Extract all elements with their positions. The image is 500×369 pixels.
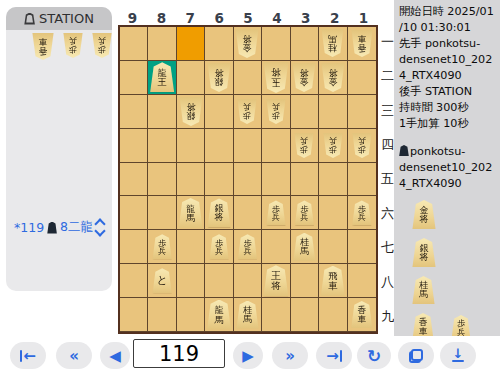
info-line: 4_RTX4090: [399, 68, 497, 84]
piece-金将[interactable]: 金将: [235, 29, 259, 58]
square-62[interactable]: 銀将: [205, 61, 233, 95]
file-label-4: 4: [262, 10, 291, 24]
square-84[interactable]: [148, 129, 176, 163]
piece-桂馬[interactable]: 桂馬: [412, 276, 435, 304]
square-97[interactable]: [120, 230, 148, 264]
sente-piece-icon: [399, 145, 409, 156]
square-79[interactable]: [177, 298, 205, 332]
square-34[interactable]: 歩兵: [291, 129, 319, 163]
move-number-input[interactable]: 119: [133, 339, 225, 368]
piece-金将[interactable]: 金将: [412, 200, 436, 229]
piece-歩兵[interactable]: 歩兵: [63, 33, 83, 58]
rank-label-九: 九: [380, 299, 395, 333]
rank-label-一: 一: [380, 25, 395, 59]
info-line: 持時間 300秒: [399, 100, 497, 116]
square-85[interactable]: [148, 163, 176, 197]
square-88[interactable]: と: [148, 264, 176, 298]
square-12[interactable]: [348, 61, 376, 95]
piece-銀将[interactable]: 銀将: [179, 97, 203, 126]
square-92[interactable]: [120, 61, 148, 95]
square-76[interactable]: 龍馬: [177, 196, 205, 230]
square-65[interactable]: [205, 163, 233, 197]
square-44[interactable]: [262, 129, 290, 163]
square-26[interactable]: [319, 196, 347, 230]
square-99[interactable]: [120, 298, 148, 332]
gote-panel: STATION 香車歩兵歩兵 *119 8二龍: [6, 7, 112, 291]
copy-button[interactable]: [398, 342, 434, 369]
rank-label-七: 七: [380, 231, 395, 265]
piece-歩兵[interactable]: 歩兵: [352, 133, 372, 158]
square-33[interactable]: [291, 95, 319, 129]
gote-hand-tray: 香車歩兵歩兵: [32, 33, 112, 60]
square-11[interactable]: 香車: [348, 27, 376, 61]
square-35[interactable]: [291, 163, 319, 197]
square-86[interactable]: [148, 196, 176, 230]
move-selector-icon[interactable]: [96, 220, 104, 235]
square-74[interactable]: [177, 129, 205, 163]
sente-name: ponkotsu-densenet10_2024_RTX4090: [399, 144, 497, 192]
piece-歩兵[interactable]: 歩兵: [152, 234, 172, 259]
piece-銀将[interactable]: 銀将: [207, 63, 231, 92]
info-line: /10 01:30:01: [399, 20, 497, 36]
piece-歩兵[interactable]: 歩兵: [209, 234, 229, 259]
square-28[interactable]: 飛車: [319, 264, 347, 298]
square-81[interactable]: [148, 27, 176, 61]
square-71[interactable]: [177, 27, 205, 61]
move-text: 8二龍: [60, 219, 93, 236]
square-83[interactable]: [148, 95, 176, 129]
file-label-1: 1: [349, 10, 378, 24]
square-41[interactable]: [262, 27, 290, 61]
square-93[interactable]: [120, 95, 148, 129]
piece-銀将[interactable]: 銀将: [412, 238, 436, 267]
square-98[interactable]: [120, 264, 148, 298]
square-32[interactable]: 金将: [291, 61, 319, 95]
info-line: 開始日時 2025/01: [399, 4, 497, 20]
piece-龍馬[interactable]: 龍馬: [207, 300, 232, 330]
square-27[interactable]: [319, 230, 347, 264]
square-67[interactable]: 歩兵: [205, 230, 233, 264]
square-43[interactable]: 歩兵: [262, 95, 290, 129]
square-94[interactable]: [120, 129, 148, 163]
file-label-9: 9: [118, 10, 147, 24]
info-line: 先手 ponkotsu-: [399, 36, 497, 52]
piece-香車[interactable]: 香車: [32, 33, 54, 60]
piece-金将[interactable]: 金将: [292, 63, 316, 92]
info-panel: 開始日時 2025/01/10 01:30:01先手 ponkotsu-dens…: [394, 0, 500, 337]
file-label-8: 8: [147, 10, 176, 24]
square-82[interactable]: 龍王: [148, 61, 176, 95]
sente-piece-icon: [47, 222, 57, 234]
rank-label-六: 六: [380, 196, 395, 230]
download-button[interactable]: ↓: [440, 342, 476, 369]
square-22[interactable]: 金将: [319, 61, 347, 95]
square-17[interactable]: [348, 230, 376, 264]
piece-王将[interactable]: 王将: [263, 265, 289, 296]
shogi-app: STATION 香車歩兵歩兵 *119 8二龍 987654321 一二三四五六…: [0, 0, 500, 369]
piece-龍馬[interactable]: 龍馬: [178, 198, 203, 228]
piece-桂馬[interactable]: 桂馬: [293, 233, 316, 261]
piece-歩兵[interactable]: 歩兵: [294, 200, 314, 225]
piece-龍王[interactable]: 龍王: [150, 62, 175, 92]
square-24[interactable]: 歩兵: [319, 129, 347, 163]
square-16[interactable]: 歩兵: [348, 196, 376, 230]
square-64[interactable]: [205, 129, 233, 163]
square-75[interactable]: [177, 163, 205, 197]
sente-name-line: 4_RTX4090: [399, 176, 497, 192]
square-87[interactable]: 歩兵: [148, 230, 176, 264]
piece-桂馬[interactable]: 桂馬: [236, 301, 259, 329]
square-29[interactable]: [319, 298, 347, 332]
square-63[interactable]: [205, 95, 233, 129]
square-45[interactable]: [262, 163, 290, 197]
go-last-button[interactable]: →: [316, 342, 352, 369]
square-23[interactable]: [319, 95, 347, 129]
square-95[interactable]: [120, 163, 148, 197]
square-25[interactable]: [319, 163, 347, 197]
square-15[interactable]: [348, 163, 376, 197]
piece-玉将[interactable]: 玉将: [263, 62, 289, 93]
piece-歩兵[interactable]: 歩兵: [352, 200, 372, 225]
square-49[interactable]: [262, 298, 290, 332]
square-31[interactable]: [291, 27, 319, 61]
piece-と[interactable]: と: [152, 268, 172, 293]
square-72[interactable]: [177, 61, 205, 95]
rank-label-五: 五: [380, 162, 395, 196]
piece-金将[interactable]: 金将: [321, 63, 345, 92]
piece-歩兵[interactable]: 歩兵: [323, 133, 343, 158]
shogi-board: 金将桂馬香車龍王銀将玉将金将金将銀将歩兵歩兵歩兵歩兵歩兵龍馬銀将歩兵歩兵歩兵歩兵…: [118, 25, 378, 334]
go-first-button[interactable]: ←: [10, 342, 46, 369]
square-66[interactable]: 銀将: [205, 196, 233, 230]
file-label-6: 6: [205, 10, 234, 24]
download-icon: ↓: [452, 349, 464, 362]
square-58[interactable]: [234, 264, 262, 298]
square-96[interactable]: [120, 196, 148, 230]
rank-label-二: 二: [380, 59, 395, 93]
piece-歩兵[interactable]: 歩兵: [294, 133, 314, 158]
move-number-label: *119: [14, 220, 44, 235]
forward-10-button[interactable]: »: [272, 342, 308, 369]
square-78[interactable]: [177, 264, 205, 298]
piece-歩兵[interactable]: 歩兵: [266, 99, 286, 124]
copy-icon: [409, 349, 423, 363]
square-47[interactable]: [262, 230, 290, 264]
square-61[interactable]: [205, 27, 233, 61]
rank-label-三: 三: [380, 94, 395, 128]
square-39[interactable]: [291, 298, 319, 332]
file-label-2: 2: [320, 10, 349, 24]
forward-1-button[interactable]: ▶: [233, 342, 263, 369]
rank-labels: 一二三四五六七八九: [380, 25, 395, 334]
square-57[interactable]: 歩兵: [234, 230, 262, 264]
move-label[interactable]: *119 8二龍: [14, 219, 104, 236]
square-37[interactable]: 桂馬: [291, 230, 319, 264]
gote-piece-icon: [24, 13, 35, 25]
info-line: densenet10_202: [399, 52, 497, 68]
piece-香車[interactable]: 香車: [351, 30, 373, 57]
file-label-5: 5: [234, 10, 263, 24]
square-56[interactable]: [234, 196, 262, 230]
square-13[interactable]: [348, 95, 376, 129]
square-54[interactable]: [234, 129, 262, 163]
piece-桂馬[interactable]: 桂馬: [321, 29, 344, 57]
navigation-toolbar: 119 ←«◀▶»→↻↓: [0, 336, 500, 369]
info-line: 1手加算 10秒: [399, 116, 497, 132]
back-1-button[interactable]: ◀: [100, 342, 130, 369]
gote-name: STATION: [39, 11, 94, 26]
square-18[interactable]: [348, 264, 376, 298]
square-14[interactable]: 歩兵: [348, 129, 376, 163]
piece-銀将[interactable]: 銀将: [207, 198, 231, 227]
square-68[interactable]: [205, 264, 233, 298]
file-labels: 987654321: [118, 10, 378, 24]
info-line: 後手 STATION: [399, 84, 497, 100]
rank-label-四: 四: [380, 128, 395, 162]
rotate-board-button[interactable]: ↻: [357, 342, 391, 369]
back-10-button[interactable]: «: [56, 342, 92, 369]
square-21[interactable]: 桂馬: [319, 27, 347, 61]
square-89[interactable]: [148, 298, 176, 332]
rank-label-八: 八: [380, 265, 395, 299]
piece-歩兵[interactable]: 歩兵: [266, 200, 286, 225]
game-info: 開始日時 2025/01/10 01:30:01先手 ponkotsu-dens…: [399, 4, 497, 132]
square-69[interactable]: 龍馬: [205, 298, 233, 332]
square-53[interactable]: 歩兵: [234, 95, 262, 129]
square-42[interactable]: 玉将: [262, 61, 290, 95]
gote-header: STATION: [6, 7, 112, 30]
square-73[interactable]: 銀将: [177, 95, 205, 129]
square-55[interactable]: [234, 163, 262, 197]
square-59[interactable]: 桂馬: [234, 298, 262, 332]
square-46[interactable]: 歩兵: [262, 196, 290, 230]
square-91[interactable]: [120, 27, 148, 61]
piece-歩兵[interactable]: 歩兵: [237, 99, 257, 124]
square-52[interactable]: [234, 61, 262, 95]
square-36[interactable]: 歩兵: [291, 196, 319, 230]
square-38[interactable]: [291, 264, 319, 298]
sente-name-line: ponkotsu-: [399, 144, 497, 160]
square-51[interactable]: 金将: [234, 27, 262, 61]
file-label-3: 3: [291, 10, 320, 24]
square-77[interactable]: [177, 230, 205, 264]
piece-歩兵[interactable]: 歩兵: [237, 234, 257, 259]
square-19[interactable]: 香車: [348, 298, 376, 332]
piece-飛車[interactable]: 飛車: [320, 266, 345, 296]
piece-歩兵[interactable]: 歩兵: [92, 33, 112, 58]
square-48[interactable]: 王将: [262, 264, 290, 298]
sente-name-line: densenet10_202: [399, 160, 497, 176]
file-label-7: 7: [176, 10, 205, 24]
piece-香車[interactable]: 香車: [351, 301, 373, 328]
